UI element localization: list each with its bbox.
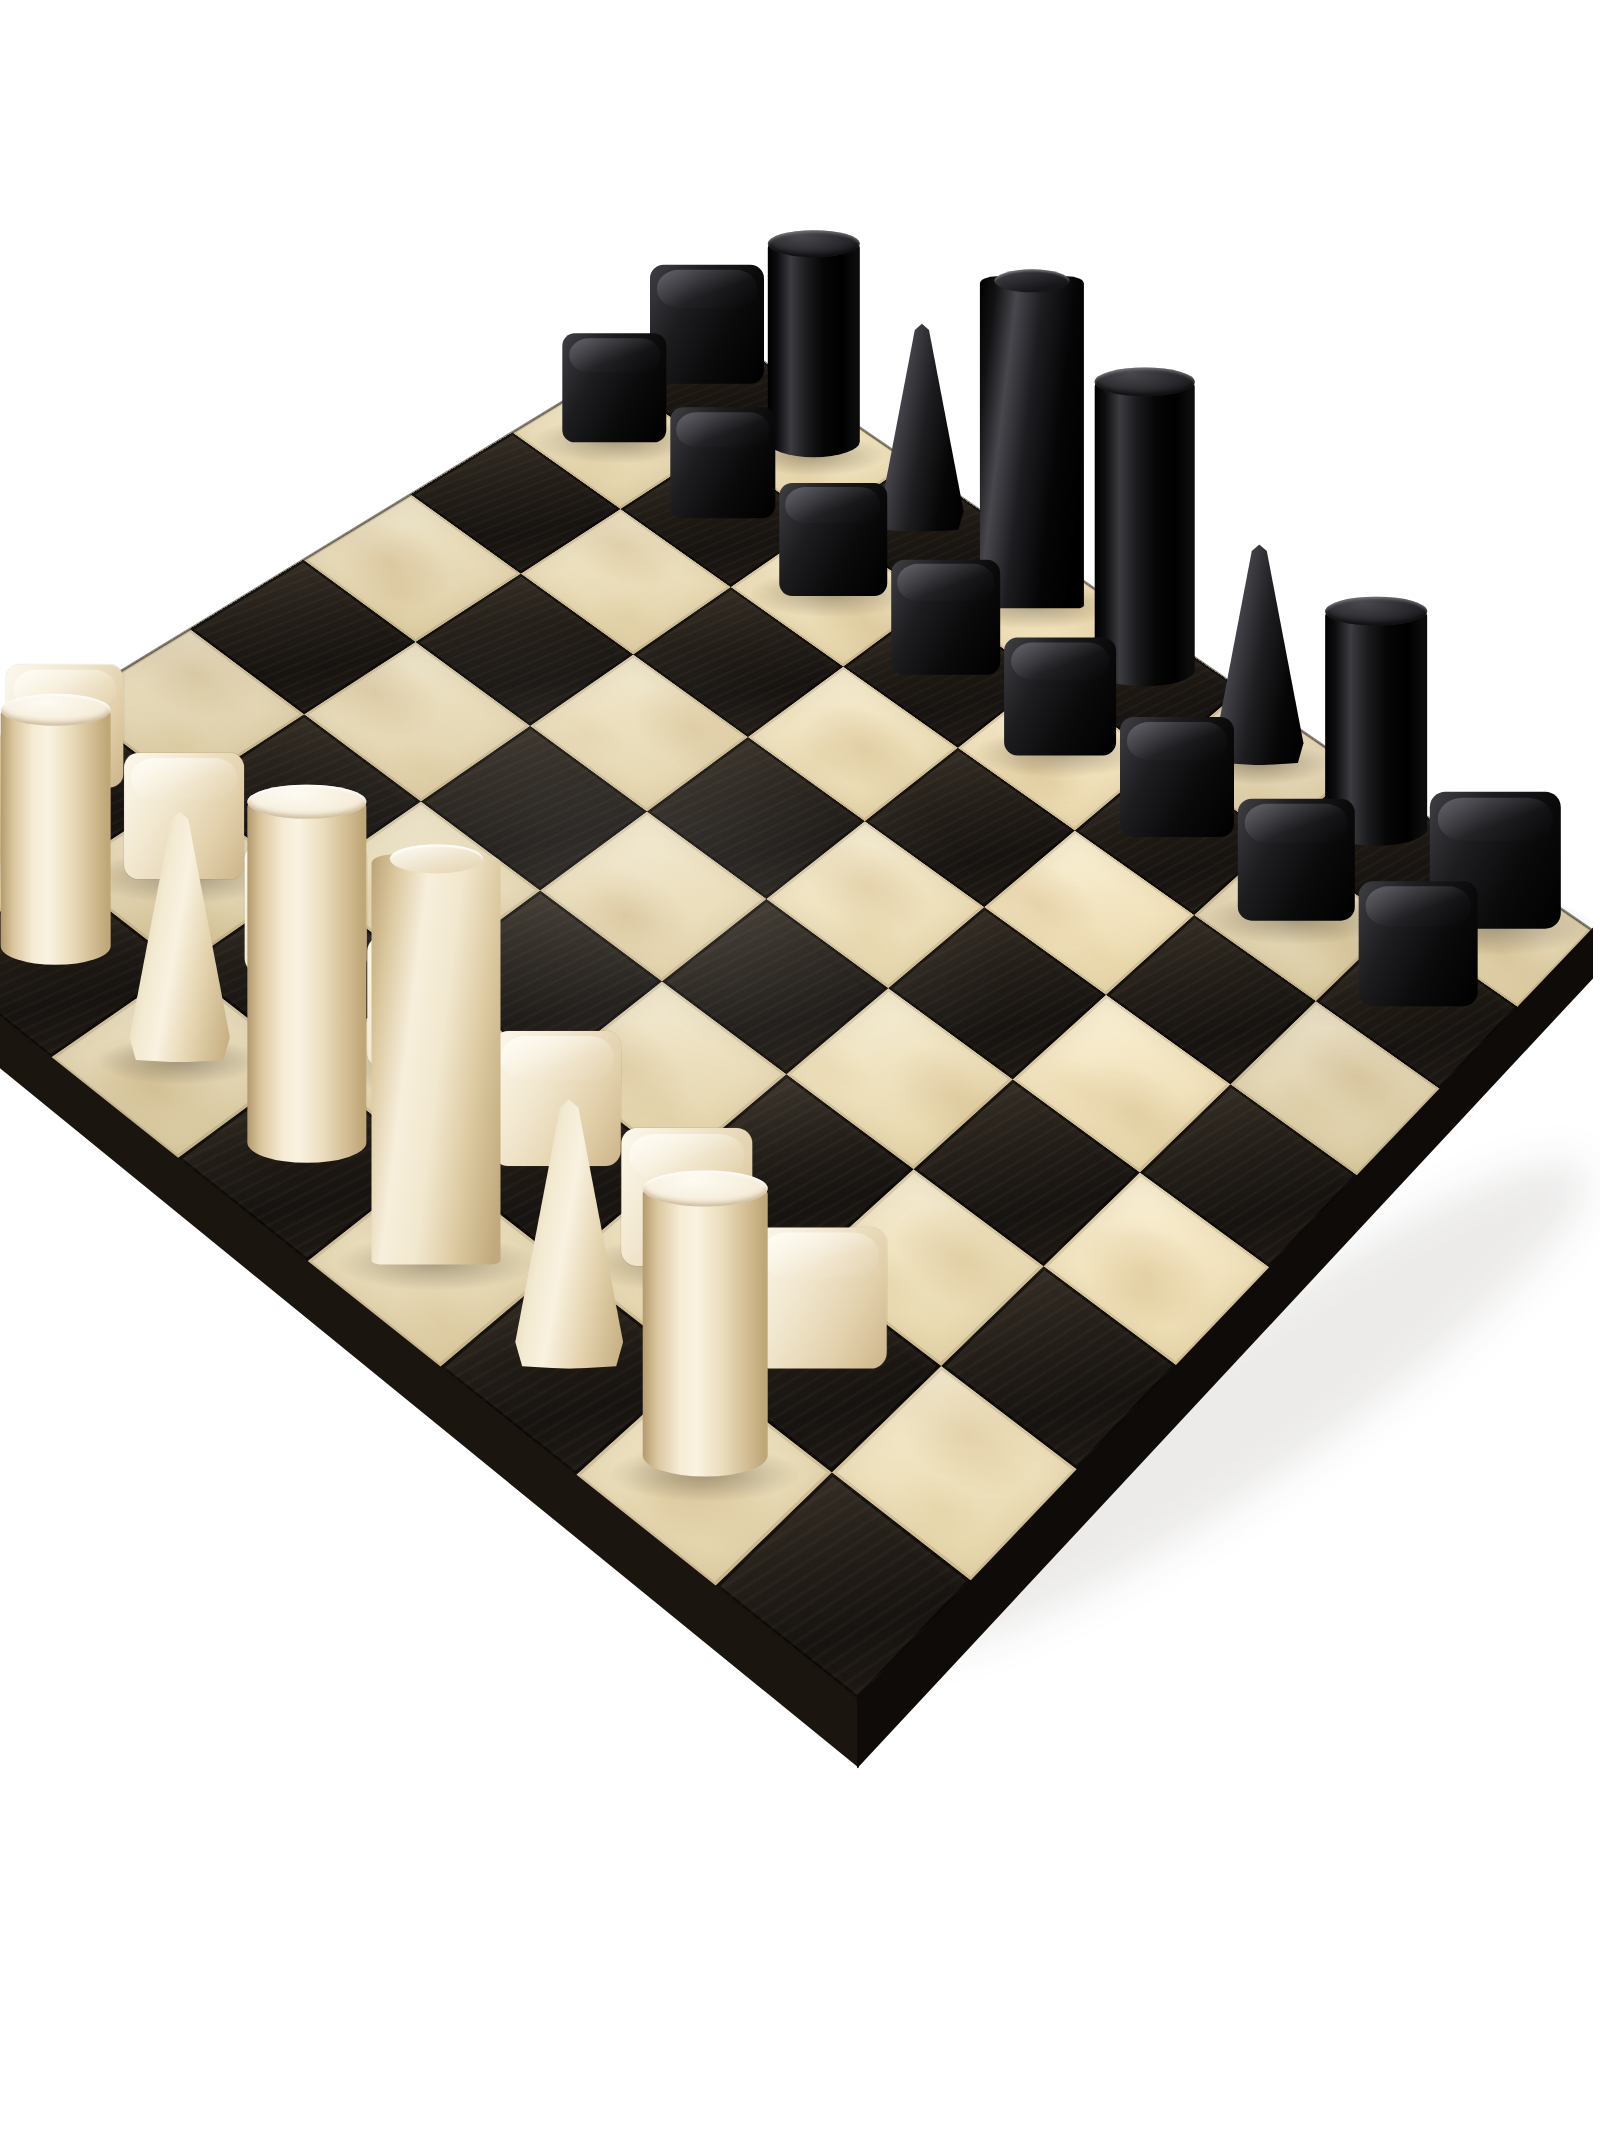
piece-shadow	[1394, 898, 1596, 955]
chess-pieces-layer	[0, 0, 1600, 2133]
piece-shadow	[1206, 893, 1386, 944]
piece-body-cube	[1430, 792, 1560, 928]
piece-body-cube	[1004, 638, 1116, 756]
piece-shadow	[619, 357, 796, 407]
piece-body-cube	[493, 1031, 621, 1166]
piece-body-cyl	[643, 1188, 768, 1477]
piece-shadow	[1089, 810, 1266, 860]
piece-shadow	[853, 511, 991, 550]
piece-body-cube	[650, 265, 764, 384]
piece-body-cyl	[1325, 611, 1427, 846]
piece-body-cube	[563, 334, 666, 443]
piece-body-cube	[244, 844, 367, 973]
piece-body-cyl	[247, 801, 366, 1162]
piece-shadow	[333, 1039, 528, 1094]
piece-shadow	[973, 729, 1146, 778]
piece-body-obelisk	[372, 854, 501, 1265]
piece-shadow	[1186, 743, 1332, 784]
piece-shadow	[609, 1447, 802, 1502]
piece-body-cube	[367, 936, 493, 1068]
piece-shadow	[336, 1234, 536, 1291]
piece-shadow	[214, 1134, 399, 1186]
piece-shadow	[861, 648, 1031, 696]
piece-shadow	[91, 851, 277, 904]
piece-shadow	[480, 1342, 658, 1392]
piece-shadow	[585, 1235, 789, 1293]
piece-body-cone	[126, 812, 233, 1063]
piece-shadow	[1067, 662, 1223, 706]
piece-body-cyl	[1094, 382, 1195, 687]
piece-body-cube	[670, 407, 775, 518]
piece-shadow	[0, 760, 156, 812]
piece-shadow	[534, 417, 694, 462]
piece-shadow	[210, 944, 400, 998]
piece-body-cube	[0, 728, 3, 870]
piece-body-cube	[6, 664, 123, 787]
piece-body-cone	[1212, 545, 1306, 766]
piece-shadow	[951, 583, 1113, 629]
piece-body-obelisk	[980, 277, 1084, 609]
piece-shadow	[97, 1037, 263, 1084]
piece-body-cube	[124, 753, 244, 879]
piece-body-cube	[1120, 717, 1234, 837]
piece-shadow	[0, 838, 40, 898]
piece-body-cube	[891, 559, 1001, 674]
piece-shadow	[0, 939, 141, 988]
piece-body-cube	[621, 1128, 752, 1266]
piece-body-cone	[512, 1100, 627, 1369]
piece-body-cube	[1359, 882, 1478, 1007]
product-photo-scene	[0, 0, 1600, 2133]
piece-body-cube	[753, 1227, 888, 1368]
piece-shadow	[750, 570, 917, 617]
piece-body-cyl	[767, 243, 859, 457]
piece-shadow	[716, 1337, 924, 1396]
piece-shadow	[1297, 822, 1455, 867]
piece-body-cone	[877, 324, 966, 532]
piece-shadow	[641, 493, 804, 539]
piece-shadow	[742, 435, 885, 476]
piece-body-cube	[1238, 799, 1354, 921]
piece-shadow	[457, 1136, 656, 1192]
piece-body-cyl	[0, 709, 111, 965]
piece-body-cube	[779, 483, 887, 596]
piece-shadow	[1326, 978, 1510, 1030]
